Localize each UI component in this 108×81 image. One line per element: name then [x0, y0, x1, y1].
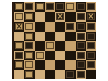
king-x-mark-icon: ×: [88, 12, 95, 20]
square-r7c4[interactable]: [45, 60, 55, 70]
dark-piece[interactable]: [87, 33, 95, 40]
light-piece[interactable]: [15, 13, 23, 20]
dark-king[interactable]: ×: [87, 13, 95, 20]
square-r6c2[interactable]: [24, 51, 34, 61]
light-piece[interactable]: [66, 3, 74, 10]
square-r1c1[interactable]: [14, 2, 24, 12]
dark-piece[interactable]: [77, 13, 85, 20]
square-r2c2[interactable]: [24, 12, 34, 22]
square-r3c6[interactable]: [65, 22, 75, 32]
dark-piece[interactable]: [77, 3, 85, 10]
light-piece[interactable]: [15, 3, 23, 10]
dark-piece[interactable]: [77, 61, 85, 68]
light-king[interactable]: ×: [15, 23, 23, 30]
square-r4c4[interactable]: [45, 32, 55, 42]
square-r1c7[interactable]: [76, 2, 86, 12]
square-r4c1[interactable]: [14, 32, 24, 42]
light-piece[interactable]: [25, 23, 33, 30]
dark-piece[interactable]: [87, 3, 95, 10]
square-r3c4[interactable]: [45, 22, 55, 32]
dark-piece[interactable]: [15, 52, 23, 59]
light-piece[interactable]: [36, 3, 44, 10]
square-r5c5[interactable]: [55, 41, 65, 51]
dark-piece[interactable]: [25, 42, 33, 49]
king-x-mark-icon: ×: [57, 12, 64, 20]
square-r8c2[interactable]: [24, 70, 34, 80]
square-r4c2[interactable]: [24, 32, 34, 42]
square-r2c7[interactable]: [76, 12, 86, 22]
light-piece[interactable]: [25, 13, 33, 20]
light-piece[interactable]: [46, 42, 54, 49]
square-r3c3[interactable]: [35, 22, 45, 32]
square-r5c2[interactable]: [24, 41, 34, 51]
square-r6c6[interactable]: [65, 51, 75, 61]
dark-piece[interactable]: [66, 23, 74, 30]
square-r2c8[interactable]: ×: [86, 12, 96, 22]
square-r3c5[interactable]: [55, 22, 65, 32]
square-r4c8[interactable]: [86, 32, 96, 42]
square-r6c8[interactable]: [86, 51, 96, 61]
square-r5c4[interactable]: [45, 41, 55, 51]
square-r6c7[interactable]: [76, 51, 86, 61]
dark-king[interactable]: ×: [56, 13, 64, 20]
square-r8c7[interactable]: [76, 70, 86, 80]
square-r1c4[interactable]: [45, 2, 55, 12]
square-r7c2[interactable]: [24, 60, 34, 70]
dark-piece[interactable]: [77, 42, 85, 49]
square-r5c8[interactable]: [86, 41, 96, 51]
square-r8c5[interactable]: [55, 70, 65, 80]
square-r1c2[interactable]: [24, 2, 34, 12]
dark-piece[interactable]: [87, 61, 95, 68]
square-r5c7[interactable]: [76, 41, 86, 51]
light-piece[interactable]: [25, 61, 33, 68]
dark-piece[interactable]: [77, 33, 85, 40]
dark-piece[interactable]: [66, 71, 74, 78]
square-r7c3[interactable]: [35, 60, 45, 70]
square-r5c6[interactable]: [65, 41, 75, 51]
square-r4c3[interactable]: [35, 32, 45, 42]
square-r8c3[interactable]: [35, 70, 45, 80]
dark-piece[interactable]: [25, 3, 33, 10]
king-x-mark-icon: ×: [16, 22, 23, 30]
square-r1c6[interactable]: [65, 2, 75, 12]
dark-piece[interactable]: [46, 3, 54, 10]
light-piece[interactable]: [15, 61, 23, 68]
square-r6c1[interactable]: [14, 51, 24, 61]
light-piece[interactable]: [15, 42, 23, 49]
square-r5c1[interactable]: [14, 41, 24, 51]
square-r4c6[interactable]: [65, 32, 75, 42]
square-r6c3[interactable]: [35, 51, 45, 61]
square-r8c4[interactable]: [45, 70, 55, 80]
square-r3c1[interactable]: ×: [14, 22, 24, 32]
square-r2c3[interactable]: [35, 12, 45, 22]
dark-piece[interactable]: [87, 52, 95, 59]
dark-piece[interactable]: [87, 42, 95, 49]
square-r1c3[interactable]: [35, 2, 45, 12]
dark-piece[interactable]: [77, 52, 85, 59]
square-r2c1[interactable]: [14, 12, 24, 22]
board-photo-page: { "game": "draughts (checkers-style boar…: [0, 0, 108, 81]
square-r2c5[interactable]: ×: [55, 12, 65, 22]
square-r7c5[interactable]: [55, 60, 65, 70]
square-r4c5[interactable]: [55, 32, 65, 42]
square-r8c6[interactable]: [65, 70, 75, 80]
dark-piece[interactable]: [77, 23, 85, 30]
game-board: ×××: [12, 2, 96, 79]
square-r4c7[interactable]: [76, 32, 86, 42]
light-piece[interactable]: [25, 52, 33, 59]
square-r8c8[interactable]: [86, 70, 96, 80]
light-piece[interactable]: [25, 33, 33, 40]
square-r2c4[interactable]: [45, 12, 55, 22]
light-piece[interactable]: [25, 71, 33, 78]
dark-piece[interactable]: [56, 3, 64, 10]
square-r7c7[interactable]: [76, 60, 86, 70]
square-r3c7[interactable]: [76, 22, 86, 32]
square-r6c4[interactable]: [45, 51, 55, 61]
square-r7c8[interactable]: [86, 60, 96, 70]
square-r3c2[interactable]: [24, 22, 34, 32]
square-r3c8[interactable]: [86, 22, 96, 32]
square-r2c6[interactable]: [65, 12, 75, 22]
square-r6c5[interactable]: [55, 51, 65, 61]
square-r7c1[interactable]: [14, 60, 24, 70]
square-r7c6[interactable]: [65, 60, 75, 70]
dark-piece[interactable]: [87, 23, 95, 30]
dark-piece[interactable]: [77, 71, 85, 78]
square-r5c3[interactable]: [35, 41, 45, 51]
square-r8c1[interactable]: [14, 70, 24, 80]
light-piece[interactable]: [36, 52, 44, 59]
